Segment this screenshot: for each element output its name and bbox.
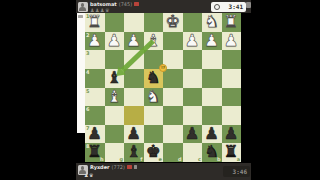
file-label-c: c (198, 157, 201, 162)
square-a3[interactable] (222, 50, 242, 69)
square-h8[interactable]: 8h♜ (85, 143, 105, 162)
square-c5[interactable] (183, 88, 203, 107)
square-b6[interactable] (202, 106, 222, 125)
square-a1[interactable]: ♜ (222, 13, 242, 32)
square-e7[interactable] (144, 125, 164, 144)
square-e4[interactable]: ♞ (144, 69, 164, 88)
square-c6[interactable] (183, 106, 203, 125)
avatar-person-icon (81, 3, 85, 7)
file-label-d: d (178, 157, 182, 162)
top-clock-time: 3:41 (229, 3, 243, 10)
piece-white-P-g2[interactable]: ♟ (105, 32, 125, 51)
piece-black-K-e8[interactable]: ♚ (144, 143, 164, 162)
square-f7[interactable]: ♟ (124, 125, 144, 144)
piece-black-P-h7[interactable]: ♟ (85, 125, 105, 144)
square-f4[interactable] (124, 69, 144, 88)
square-c4[interactable] (183, 69, 203, 88)
square-f6[interactable] (124, 106, 144, 125)
bottom-player-clock: 3:46 (223, 166, 250, 177)
square-d2[interactable] (163, 32, 183, 51)
square-f8[interactable]: f♝ (124, 143, 144, 162)
rank-label-4: 4 (86, 70, 89, 75)
piece-white-K-d1[interactable]: ♚ (163, 13, 183, 32)
square-b7[interactable]: ♟ (202, 125, 222, 144)
square-g8[interactable]: g (105, 143, 125, 162)
square-g4[interactable]: ♝ (105, 69, 125, 88)
square-a8[interactable]: a♜ (222, 143, 242, 162)
rank-label-6: 6 (86, 107, 89, 112)
square-d4[interactable] (163, 69, 183, 88)
piece-white-B-e2[interactable]: ♝ (144, 32, 164, 51)
piece-black-P-c7[interactable]: ♟ (183, 125, 203, 144)
square-a5[interactable] (222, 88, 242, 107)
piece-black-B-f8[interactable]: ♝ (124, 143, 144, 162)
piece-white-R-h1[interactable]: ♜ (85, 13, 105, 32)
piece-black-R-h8[interactable]: ♜ (85, 143, 105, 162)
square-e2[interactable]: ♝ (144, 32, 164, 51)
clock-icon (214, 4, 220, 10)
square-c7[interactable]: ♟ (183, 125, 203, 144)
piece-white-P-h2[interactable]: ♟ (85, 32, 105, 51)
piece-black-R-a8[interactable]: ♜ (222, 143, 242, 162)
top-player-rating: (745) (119, 1, 132, 7)
bottom-player-info[interactable]: Ryxder (772) (90, 164, 137, 170)
bottom-player-rating: (772) (112, 164, 125, 170)
rank-label-5: 5 (86, 89, 89, 94)
piece-white-P-f2[interactable]: ♟ (124, 32, 144, 51)
piece-black-B-g4[interactable]: ♝ (105, 69, 125, 88)
piece-white-B-g5[interactable]: ♝ (105, 88, 125, 107)
bottom-player-flag-icon (127, 165, 132, 168)
side-panel-strip (77, 13, 85, 133)
square-f2[interactable]: ♟ (124, 32, 144, 51)
square-b5[interactable] (202, 88, 222, 107)
piece-white-P-b2[interactable]: ♟ (202, 32, 222, 51)
piece-white-R-a1[interactable]: ♜ (222, 13, 242, 32)
app-stage: batsomat (745) ♟♟♟♛ 3:41 1♜♚♞♜2♟♟♟♝♟♟♟34… (0, 0, 320, 180)
piece-black-N-b8[interactable]: ♞ (202, 143, 222, 162)
square-g2[interactable]: ♟ (105, 32, 125, 51)
square-b3[interactable] (202, 50, 222, 69)
piece-white-P-a2[interactable]: ♟ (222, 32, 242, 51)
file-label-g: g (119, 157, 123, 162)
square-a2[interactable]: ♟ (222, 32, 242, 51)
square-a4[interactable] (222, 69, 242, 88)
square-f3[interactable] (124, 50, 144, 69)
bottom-player-badge-icon (134, 165, 138, 169)
square-b8[interactable]: b♞ (202, 143, 222, 162)
square-d5[interactable] (163, 88, 183, 107)
avatar-person-icon (81, 166, 85, 170)
square-c8[interactable]: c (183, 143, 203, 162)
piece-black-P-a7[interactable]: ♟ (222, 125, 242, 144)
bottom-player-name[interactable]: Ryxder (90, 164, 110, 170)
square-h3[interactable]: 3 (85, 50, 105, 69)
square-g1[interactable] (105, 13, 125, 32)
square-b1[interactable]: ♞ (202, 13, 222, 32)
square-c2[interactable]: ♟ (183, 32, 203, 51)
square-g7[interactable] (105, 125, 125, 144)
square-e8[interactable]: e♚ (144, 143, 164, 162)
piece-black-N-e4[interactable]: ♞ (144, 69, 164, 88)
square-d1[interactable]: ♚ (163, 13, 183, 32)
square-h7[interactable]: 7♟ (85, 125, 105, 144)
side-panel-text-smudge (78, 15, 83, 18)
square-f1[interactable] (124, 13, 144, 32)
square-a7[interactable]: ♟ (222, 125, 242, 144)
square-c3[interactable] (183, 50, 203, 69)
square-h4[interactable]: 4 (85, 69, 105, 88)
top-player-clock: 3:41 (211, 2, 246, 12)
rank-label-3: 3 (86, 51, 89, 56)
piece-white-N-b1[interactable]: ♞ (202, 13, 222, 32)
square-h2[interactable]: 2♟ (85, 32, 105, 51)
square-h1[interactable]: 1♜ (85, 13, 105, 32)
square-a6[interactable] (222, 106, 242, 125)
square-g5[interactable]: ♝ (105, 88, 125, 107)
square-g3[interactable] (105, 50, 125, 69)
piece-black-P-b7[interactable]: ♟ (202, 125, 222, 144)
square-h6[interactable]: 6 (85, 106, 105, 125)
square-g6[interactable] (105, 106, 125, 125)
square-c1[interactable] (183, 13, 203, 32)
top-player-avatar[interactable] (78, 2, 89, 13)
square-e5[interactable]: ♞ (144, 88, 164, 107)
chess-board[interactable]: 1♜♚♞♜2♟♟♟♝♟♟♟34♝♞5♝♞67♟♟♟♟♟8h♜gf♝e♚dcb♞a… (85, 13, 241, 162)
square-d7[interactable] (163, 125, 183, 144)
square-d6[interactable] (163, 106, 183, 125)
bottom-player-captured-pieces: ♟♛ (84, 172, 94, 178)
square-h5[interactable]: 5 (85, 88, 105, 107)
avatar-person-icon (79, 7, 86, 11)
piece-white-P-c2[interactable]: ♟ (183, 32, 203, 51)
square-b2[interactable]: ♟ (202, 32, 222, 51)
piece-black-P-f7[interactable]: ♟ (124, 125, 144, 144)
square-d8[interactable]: d (163, 143, 183, 162)
piece-white-N-e5[interactable]: ♞ (144, 88, 164, 107)
square-f5[interactable] (124, 88, 144, 107)
settings-icon[interactable] (246, 2, 252, 8)
top-player-flag-icon (134, 2, 139, 5)
bottom-clock-time: 3:46 (233, 168, 247, 175)
square-b4[interactable] (202, 69, 222, 88)
square-e6[interactable] (144, 106, 164, 125)
square-e1[interactable] (144, 13, 164, 32)
